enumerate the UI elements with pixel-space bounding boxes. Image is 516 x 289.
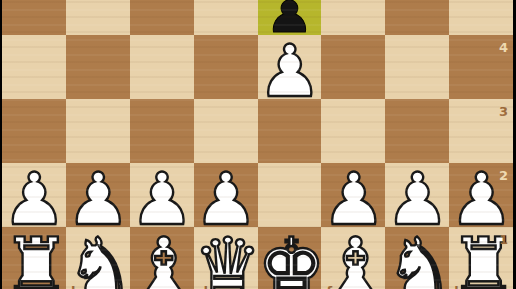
white-queen-d1[interactable]: ♛: [194, 228, 258, 289]
square-b2[interactable]: ♟: [66, 163, 130, 227]
square-h1[interactable]: ♜1h: [449, 227, 513, 289]
square-h3[interactable]: 3: [449, 99, 513, 163]
square-a4[interactable]: [2, 35, 66, 99]
file-coordinate-c: c: [135, 285, 143, 289]
square-f3[interactable]: [321, 99, 385, 163]
square-a1[interactable]: ♜a: [2, 227, 66, 289]
rank-coordinate-3: 3: [499, 105, 508, 118]
chess-board[interactable]: ♟♟43♟♟♟♟♟♟♟2♜a♞b♝c♛d♚e♝f♞g♜1h: [2, 0, 513, 289]
white-king-e1[interactable]: ♚: [258, 228, 322, 289]
square-c1[interactable]: ♝c: [130, 227, 194, 289]
square-h2[interactable]: ♟2: [449, 163, 513, 227]
square-f2[interactable]: ♟: [321, 163, 385, 227]
square-d4[interactable]: [194, 35, 258, 99]
square-b4[interactable]: [66, 35, 130, 99]
square-a3[interactable]: [2, 99, 66, 163]
square-d1[interactable]: ♛d: [194, 227, 258, 289]
white-pawn-e4[interactable]: ♟: [258, 35, 322, 107]
square-c2[interactable]: ♟: [130, 163, 194, 227]
file-coordinate-h: h: [454, 285, 463, 289]
square-d5[interactable]: [194, 0, 258, 35]
square-g5[interactable]: [385, 0, 449, 35]
square-e4[interactable]: ♟: [258, 35, 322, 99]
square-c3[interactable]: [130, 99, 194, 163]
square-b5[interactable]: [66, 0, 130, 35]
square-a2[interactable]: ♟: [2, 163, 66, 227]
video-frame: ♟♟43♟♟♟♟♟♟♟2♜a♞b♝c♛d♚e♝f♞g♜1h: [0, 0, 516, 289]
square-c5[interactable]: [130, 0, 194, 35]
square-f5[interactable]: [321, 0, 385, 35]
square-a5[interactable]: [2, 0, 66, 35]
square-e1[interactable]: ♚e: [258, 227, 322, 289]
white-knight-g1[interactable]: ♞: [385, 228, 449, 289]
rank-coordinate-2: 2: [499, 169, 508, 182]
file-coordinate-a: a: [7, 285, 16, 289]
square-f4[interactable]: [321, 35, 385, 99]
square-b1[interactable]: ♞b: [66, 227, 130, 289]
square-c4[interactable]: [130, 35, 194, 99]
file-coordinate-e: e: [263, 285, 272, 289]
square-d3[interactable]: [194, 99, 258, 163]
file-coordinate-g: g: [390, 285, 399, 289]
rank-coordinate-4: 4: [499, 41, 508, 54]
square-g1[interactable]: ♞g: [385, 227, 449, 289]
file-coordinate-b: b: [71, 285, 80, 289]
file-coordinate-f: f: [326, 285, 332, 289]
square-g3[interactable]: [385, 99, 449, 163]
white-knight-b1[interactable]: ♞: [66, 228, 130, 289]
square-f1[interactable]: ♝f: [321, 227, 385, 289]
square-e2[interactable]: [258, 163, 322, 227]
file-coordinate-d: d: [199, 285, 208, 289]
letterbox-left: [0, 0, 2, 289]
white-bishop-f1[interactable]: ♝: [321, 228, 385, 289]
square-b3[interactable]: [66, 99, 130, 163]
square-g4[interactable]: [385, 35, 449, 99]
square-h5[interactable]: [449, 0, 513, 35]
square-d2[interactable]: ♟: [194, 163, 258, 227]
square-h4[interactable]: 4: [449, 35, 513, 99]
square-g2[interactable]: ♟: [385, 163, 449, 227]
white-rook-a1[interactable]: ♜: [2, 228, 66, 289]
rank-coordinate-1: 1: [499, 233, 508, 246]
white-bishop-c1[interactable]: ♝: [130, 228, 194, 289]
